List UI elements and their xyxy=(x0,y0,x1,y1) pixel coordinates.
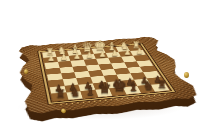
black-knight: ♞ xyxy=(142,80,153,92)
white-pawn: ♟ xyxy=(73,52,80,60)
product-photo: ♜♞♝♛♚♝♞♜♟♟♟♟♟♟♟♟♟♟♟♟♟♟♟♟♜♞♝♛♚♝♞♜ xyxy=(0,0,200,133)
white-pawn: ♟ xyxy=(61,53,68,61)
white-pawn: ♟ xyxy=(86,51,93,59)
square-c8: ♝ xyxy=(81,90,98,98)
brass-latch-right xyxy=(184,72,189,78)
black-king: ♚ xyxy=(112,78,127,95)
white-pawn: ♟ xyxy=(48,54,55,62)
black-rook: ♜ xyxy=(56,89,66,100)
brass-latch-left xyxy=(24,69,28,74)
white-pawn: ♟ xyxy=(99,50,106,58)
square-e8: ♚ xyxy=(109,87,126,95)
white-pawn: ♟ xyxy=(136,47,143,55)
white-pawn: ♟ xyxy=(124,48,131,56)
square-d8: ♛ xyxy=(95,89,112,97)
white-pawn: ♟ xyxy=(111,49,118,57)
black-queen: ♛ xyxy=(98,81,111,96)
black-rook: ♜ xyxy=(157,80,167,91)
square-b8: ♞ xyxy=(66,91,83,99)
black-knight: ♞ xyxy=(70,86,81,98)
square-g8: ♞ xyxy=(137,85,155,93)
black-bishop: ♝ xyxy=(84,84,96,97)
black-bishop: ♝ xyxy=(128,80,140,93)
